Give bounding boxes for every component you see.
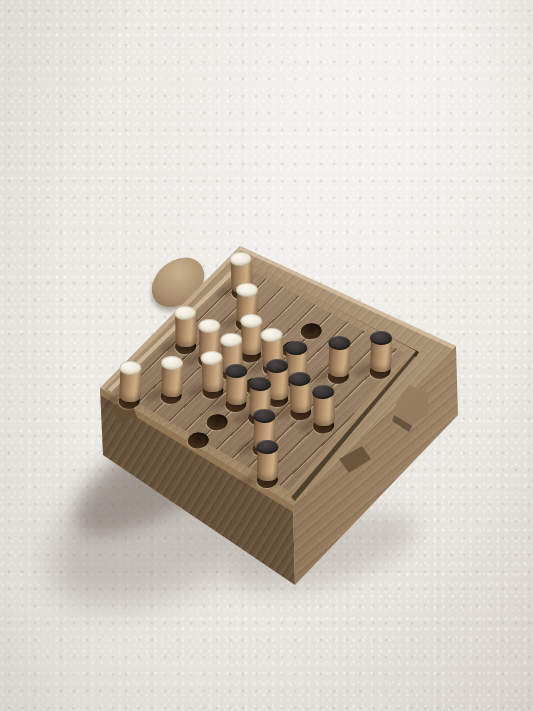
peg-black[interactable]: [312, 385, 335, 433]
peg-black[interactable]: [369, 330, 392, 379]
peg-cap-black: [328, 335, 350, 349]
peg-cap-white: [200, 350, 222, 364]
peg-cap-white: [198, 319, 220, 333]
peg-cap-white: [161, 355, 183, 369]
peg-cap-white: [220, 332, 242, 346]
peg-cap-black: [370, 330, 392, 344]
peg-white[interactable]: [200, 350, 224, 399]
peg-black[interactable]: [327, 335, 351, 384]
scene: [0, 0, 533, 711]
peg-cap-black: [253, 408, 275, 422]
peg-cap-white: [261, 327, 283, 341]
peg-black[interactable]: [225, 364, 247, 412]
peg-cap-black: [286, 341, 308, 355]
peg-cap-black: [256, 440, 278, 454]
peg-cap-black: [249, 377, 271, 391]
peg-cap-black: [225, 364, 247, 378]
peg-white[interactable]: [118, 360, 142, 409]
peg-white[interactable]: [160, 355, 183, 404]
peg-black[interactable]: [256, 440, 278, 488]
peg-cap-black: [312, 385, 334, 399]
peg-cap-white: [229, 251, 251, 265]
peg-white[interactable]: [174, 306, 197, 354]
peg-cap-white: [119, 360, 141, 374]
peg-cap-white: [236, 283, 258, 297]
peg-white[interactable]: [239, 314, 263, 363]
peg-black[interactable]: [288, 372, 312, 421]
peg-cap-black: [288, 372, 310, 386]
pieces-layer: [0, 0, 533, 711]
peg-cap-white: [174, 306, 196, 320]
peg-cap-black: [266, 359, 288, 373]
